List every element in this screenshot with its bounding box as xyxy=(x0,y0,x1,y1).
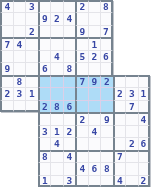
cell-r7-c12[interactable] xyxy=(138,75,151,87)
cell-r14-c7[interactable]: 4 xyxy=(75,162,88,174)
cell-r15-c5[interactable] xyxy=(50,175,63,188)
cell-r10-c6[interactable] xyxy=(63,112,76,124)
cell-r3-c8[interactable] xyxy=(88,25,101,37)
cell-r4-c9[interactable] xyxy=(100,37,113,49)
cell-r8-c5[interactable] xyxy=(50,87,63,99)
cell-r13-c7[interactable] xyxy=(75,150,88,162)
given-digit: 2 xyxy=(42,102,48,112)
given-digit: 4 xyxy=(66,152,72,162)
given-digit: 2 xyxy=(29,27,35,37)
cell-r13-c8[interactable] xyxy=(88,150,101,162)
given-digit: 1 xyxy=(91,40,97,50)
cell-r12-c12[interactable]: 6 xyxy=(138,137,151,149)
cell-r10-c5[interactable] xyxy=(50,112,63,124)
cell-r6-c9[interactable] xyxy=(100,62,113,74)
cell-r4-c1[interactable]: 7 xyxy=(0,37,13,49)
cell-r15-c10[interactable]: 4 xyxy=(113,175,126,188)
cell-r3-c1[interactable] xyxy=(0,25,13,37)
given-digit: 2 xyxy=(4,89,10,99)
cell-r9-c9[interactable] xyxy=(100,100,113,112)
cell-r5-c6[interactable] xyxy=(63,50,76,62)
cell-r9-c11[interactable]: 7 xyxy=(125,100,138,112)
cell-r11-c5[interactable]: 1 xyxy=(50,125,63,137)
cell-r1-c6[interactable] xyxy=(63,0,76,12)
given-digit: 4 xyxy=(16,40,22,50)
cell-r9-c3[interactable] xyxy=(25,100,38,112)
cell-r6-c6[interactable]: 8 xyxy=(63,62,76,74)
cell-r4-c7[interactable] xyxy=(75,37,88,49)
cell-r12-c4[interactable] xyxy=(38,137,51,149)
given-digit: 2 xyxy=(66,127,72,137)
cell-r8-c3[interactable]: 1 xyxy=(25,87,38,99)
cell-r3-c3[interactable]: 2 xyxy=(25,25,38,37)
cell-r9-c12[interactable] xyxy=(138,100,151,112)
given-digit: 2 xyxy=(104,77,110,87)
given-digit: 6 xyxy=(42,64,48,74)
cell-r14-c4[interactable] xyxy=(38,162,51,174)
cell-r9-c2[interactable] xyxy=(13,100,26,112)
cell-r2-c1[interactable] xyxy=(0,12,13,24)
given-digit: 4 xyxy=(4,2,10,12)
cell-r13-c11[interactable] xyxy=(125,150,138,162)
given-digit: 8 xyxy=(54,102,60,112)
cell-r11-c4[interactable]: 3 xyxy=(38,125,51,137)
cell-r14-c10[interactable] xyxy=(113,162,126,174)
cell-r11-c9[interactable] xyxy=(100,125,113,137)
cell-r1-c8[interactable] xyxy=(88,0,101,12)
given-digit: 7 xyxy=(129,102,135,112)
given-digit: 8 xyxy=(103,2,109,12)
cell-r6-c8[interactable] xyxy=(88,62,101,74)
cell-r5-c2[interactable] xyxy=(13,50,26,62)
given-digit: 4 xyxy=(79,164,85,174)
cell-r6-c5[interactable] xyxy=(50,62,63,74)
cell-r7-c8[interactable]: 9 xyxy=(88,75,101,87)
cell-r6-c4[interactable]: 6 xyxy=(38,62,51,74)
cell-r15-c6[interactable]: 3 xyxy=(63,175,76,188)
given-digit: 2 xyxy=(117,89,123,99)
cell-r12-c11[interactable]: 2 xyxy=(125,137,138,149)
cell-r10-c7[interactable]: 2 xyxy=(75,112,88,124)
given-digit: 3 xyxy=(29,2,35,12)
given-digit: 1 xyxy=(54,127,60,137)
cell-r8-c2[interactable]: 3 xyxy=(13,87,26,99)
cell-r15-c8[interactable] xyxy=(88,175,101,188)
cell-r2-c7[interactable] xyxy=(75,12,88,24)
cell-r8-c11[interactable]: 3 xyxy=(125,87,138,99)
cell-r15-c11[interactable] xyxy=(125,175,138,188)
given-digit: 2 xyxy=(79,115,85,125)
given-digit: 9 xyxy=(91,77,97,87)
cell-r5-c7[interactable]: 5 xyxy=(75,50,88,62)
cell-r4-c8[interactable]: 1 xyxy=(88,37,101,49)
cell-r15-c12[interactable]: 2 xyxy=(138,175,151,188)
given-digit: 3 xyxy=(42,127,48,137)
given-digit: 2 xyxy=(54,14,60,24)
given-digit: 8 xyxy=(16,77,22,87)
given-digit: 4 xyxy=(66,14,72,24)
cell-r8-c10[interactable]: 2 xyxy=(113,87,126,99)
cell-r8-c6[interactable] xyxy=(63,87,76,99)
cell-r11-c6[interactable]: 2 xyxy=(63,125,76,137)
cell-r2-c6[interactable]: 4 xyxy=(63,12,76,24)
cell-r11-c10[interactable] xyxy=(113,125,126,137)
cell-r5-c9[interactable]: 6 xyxy=(100,50,113,62)
cell-r1-c4[interactable] xyxy=(38,0,51,12)
cell-r12-c9[interactable] xyxy=(100,137,113,149)
given-digit: 4 xyxy=(117,176,123,186)
given-digit: 4 xyxy=(54,52,60,62)
given-digit: 8 xyxy=(42,152,48,162)
given-digit: 3 xyxy=(16,89,22,99)
cell-r1-c7[interactable]: 2 xyxy=(75,0,88,12)
cell-r11-c7[interactable] xyxy=(75,125,88,137)
cell-r2-c2[interactable] xyxy=(13,12,26,24)
cell-r6-c2[interactable] xyxy=(13,62,26,74)
cell-r15-c4[interactable]: 1 xyxy=(38,175,51,188)
cell-r5-c3[interactable] xyxy=(25,50,38,62)
cell-r1-c5[interactable] xyxy=(50,0,63,12)
cell-r11-c8[interactable]: 4 xyxy=(88,125,101,137)
cell-r9-c1[interactable] xyxy=(0,100,13,112)
cell-r12-c7[interactable] xyxy=(75,137,88,149)
cell-r7-c1[interactable] xyxy=(0,75,13,87)
cell-r5-c8[interactable]: 2 xyxy=(88,50,101,62)
cell-r1-c3[interactable]: 3 xyxy=(25,0,38,12)
cell-r10-c8[interactable] xyxy=(88,112,101,124)
cell-r3-c7[interactable]: 9 xyxy=(75,25,88,37)
given-digit: 7 xyxy=(103,27,109,37)
cell-r14-c8[interactable]: 6 xyxy=(88,162,101,174)
cell-r1-c9[interactable]: 8 xyxy=(100,0,113,12)
cell-r4-c4[interactable] xyxy=(38,37,51,49)
cell-r8-c8[interactable] xyxy=(88,87,101,99)
cell-r5-c5[interactable]: 4 xyxy=(50,50,63,62)
cell-r13-c4[interactable]: 8 xyxy=(38,150,51,162)
cell-r7-c2[interactable]: 8 xyxy=(13,75,26,87)
cell-r3-c5[interactable] xyxy=(50,25,63,37)
given-digit: 6 xyxy=(103,52,109,62)
given-digit: 4 xyxy=(54,139,60,149)
cell-r10-c11[interactable] xyxy=(125,112,138,124)
cell-r7-c7[interactable]: 7 xyxy=(75,75,88,87)
puzzle-stage: 4328924297741452696887922312312867294312… xyxy=(0,0,150,187)
cell-r9-c4[interactable]: 2 xyxy=(38,100,51,112)
given-digit: 6 xyxy=(91,164,97,174)
cell-r1-c1[interactable]: 4 xyxy=(0,0,13,12)
given-digit: 1 xyxy=(140,89,146,99)
cell-r6-c1[interactable]: 9 xyxy=(0,62,13,74)
cell-r6-c7[interactable] xyxy=(75,62,88,74)
cell-r7-c4[interactable] xyxy=(38,75,51,87)
cell-r14-c9[interactable]: 8 xyxy=(100,162,113,174)
given-digit: 1 xyxy=(42,176,48,186)
cell-r7-c5[interactable] xyxy=(50,75,63,87)
cell-r14-c12[interactable] xyxy=(138,162,151,174)
given-digit: 9 xyxy=(79,27,85,37)
given-digit: 9 xyxy=(4,64,10,74)
cell-r2-c4[interactable]: 9 xyxy=(38,12,51,24)
cell-r9-c8[interactable] xyxy=(88,100,101,112)
cell-r4-c6[interactable] xyxy=(63,37,76,49)
cell-r10-c12[interactable]: 4 xyxy=(138,112,151,124)
given-digit: 4 xyxy=(140,115,146,125)
cell-r8-c7[interactable] xyxy=(75,87,88,99)
cell-r7-c9[interactable]: 2 xyxy=(100,75,113,87)
cell-r2-c3[interactable] xyxy=(25,12,38,24)
cell-r13-c10[interactable]: 7 xyxy=(113,150,126,162)
cell-r8-c1[interactable]: 2 xyxy=(0,87,13,99)
given-digit: 3 xyxy=(129,89,135,99)
cell-r10-c10[interactable] xyxy=(113,112,126,124)
cell-r2-c8[interactable] xyxy=(88,12,101,24)
cell-r8-c4[interactable] xyxy=(38,87,51,99)
cell-r3-c2[interactable] xyxy=(13,25,26,37)
cell-r12-c5[interactable]: 4 xyxy=(50,137,63,149)
cell-r12-c6[interactable] xyxy=(63,137,76,149)
given-digit: 2 xyxy=(140,176,146,186)
given-digit: 2 xyxy=(129,139,135,149)
cell-r1-c2[interactable] xyxy=(13,0,26,12)
given-digit: 9 xyxy=(104,115,110,125)
cell-r9-c6[interactable]: 6 xyxy=(63,100,76,112)
cell-r2-c9[interactable] xyxy=(100,12,113,24)
cell-r4-c2[interactable]: 4 xyxy=(13,37,26,49)
cell-r13-c5[interactable] xyxy=(50,150,63,162)
cell-r9-c7[interactable] xyxy=(75,100,88,112)
given-digit: 9 xyxy=(42,14,48,24)
cell-r3-c4[interactable] xyxy=(38,25,51,37)
given-digit: 5 xyxy=(79,52,85,62)
cell-r6-c3[interactable] xyxy=(25,62,38,74)
given-digit: 8 xyxy=(66,64,72,74)
given-digit: 7 xyxy=(117,152,123,162)
cell-r3-c6[interactable] xyxy=(63,25,76,37)
given-digit: 6 xyxy=(140,139,146,149)
cell-r15-c7[interactable] xyxy=(75,175,88,188)
cell-r3-c9[interactable]: 7 xyxy=(100,25,113,37)
cell-r10-c9[interactable]: 9 xyxy=(100,112,113,124)
cell-r5-c1[interactable] xyxy=(0,50,13,62)
cell-r12-c10[interactable] xyxy=(113,137,126,149)
cell-r2-c5[interactable]: 2 xyxy=(50,12,63,24)
cell-r7-c10[interactable] xyxy=(113,75,126,87)
cell-r10-c4[interactable] xyxy=(38,112,51,124)
cell-r11-c11[interactable] xyxy=(125,125,138,137)
given-digit: 8 xyxy=(104,164,110,174)
cell-r5-c4[interactable] xyxy=(38,50,51,62)
cell-r14-c11[interactable] xyxy=(125,162,138,174)
cell-r14-c6[interactable] xyxy=(63,162,76,174)
cell-r7-c6[interactable] xyxy=(63,75,76,87)
cell-r4-c5[interactable] xyxy=(50,37,63,49)
cell-r7-c11[interactable] xyxy=(125,75,138,87)
cell-r7-c3[interactable] xyxy=(25,75,38,87)
cell-r12-c8[interactable] xyxy=(88,137,101,149)
cell-r15-c9[interactable] xyxy=(100,175,113,188)
given-digit: 7 xyxy=(4,40,10,50)
given-digit: 3 xyxy=(66,176,72,186)
cell-r9-c10[interactable] xyxy=(113,100,126,112)
twodoku-board: 4328924297741452696887922312312867294312… xyxy=(0,0,150,187)
given-digit: 7 xyxy=(79,77,85,87)
cell-r9-c5[interactable]: 8 xyxy=(50,100,63,112)
given-digit: 2 xyxy=(79,2,85,12)
cell-r8-c9[interactable] xyxy=(100,87,113,99)
cell-r13-c12[interactable] xyxy=(138,150,151,162)
given-digit: 2 xyxy=(91,52,97,62)
given-digit: 4 xyxy=(91,127,97,137)
given-digit: 1 xyxy=(29,89,35,99)
cell-r13-c9[interactable] xyxy=(100,150,113,162)
cell-r11-c12[interactable] xyxy=(138,125,151,137)
cell-r8-c12[interactable]: 1 xyxy=(138,87,151,99)
cell-r4-c3[interactable] xyxy=(25,37,38,49)
cell-r13-c6[interactable]: 4 xyxy=(63,150,76,162)
cell-r14-c5[interactable] xyxy=(50,162,63,174)
given-digit: 6 xyxy=(66,102,72,112)
